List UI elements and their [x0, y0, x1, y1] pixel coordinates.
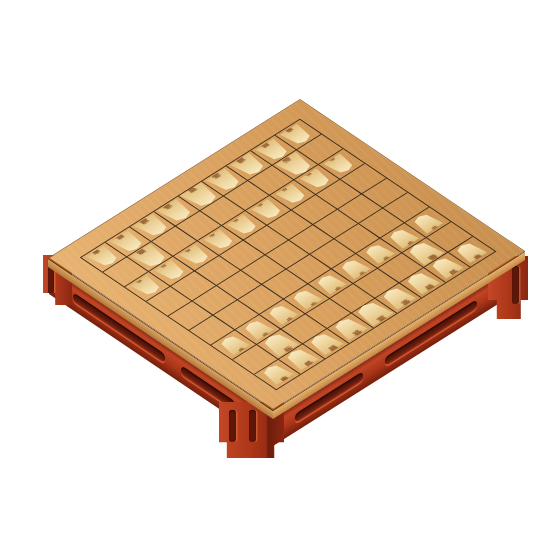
piece-kanji: 香車 [466, 249, 474, 254]
piece-kanji: 桂馬 [269, 148, 277, 153]
piece-kanji: 歩兵 [302, 296, 310, 301]
piece-kanji: 歩兵 [230, 342, 238, 347]
piece-kanji: 歩兵 [216, 238, 224, 243]
piece-kanji: 金将 [221, 178, 229, 183]
piece-kanji: 歩兵 [254, 327, 262, 332]
piece-kanji: 金将 [173, 209, 181, 214]
piece-kanji: 歩兵 [278, 312, 286, 317]
piece-kanji: 歩兵 [375, 251, 383, 256]
piece-kanji: 歩兵 [192, 253, 200, 258]
piece-kanji: 香車 [100, 255, 108, 260]
piece-kanji: 歩兵 [337, 162, 345, 167]
piece-kanji: 香車 [273, 371, 281, 376]
piece-kanji: 歩兵 [168, 269, 176, 274]
piece-kanji: 歩兵 [264, 208, 272, 213]
piece-kanji: 桂馬 [297, 356, 305, 361]
piece-kanji: 飛車 [146, 254, 154, 259]
piece-kanji: 金将 [393, 295, 401, 300]
piece-kanji: 歩兵 [326, 281, 334, 286]
piece-kanji: 王将 [369, 310, 378, 316]
leg-slot [249, 410, 256, 442]
piece-kanji: 歩兵 [351, 266, 359, 271]
piece-kanji: 銀将 [245, 163, 253, 168]
piece-kanji: 角行 [291, 162, 299, 167]
piece-kanji: 玉将 [197, 193, 206, 199]
shogi-set-photo: 香車桂馬銀将金将玉将金将銀将桂馬香車飛車角行歩兵歩兵歩兵歩兵歩兵歩兵歩兵歩兵歩兵… [0, 0, 560, 560]
piece-kanji: 歩兵 [240, 223, 248, 228]
piece-kanji: 飛車 [420, 250, 428, 255]
piece-kanji: 銀将 [148, 224, 156, 229]
piece-kanji: 桂馬 [124, 239, 132, 244]
piece-kanji: 銀将 [418, 280, 426, 285]
piece-kanji: 歩兵 [289, 192, 297, 197]
piece-kanji: 歩兵 [423, 220, 431, 225]
shogi-board: 香車桂馬銀将金将玉将金将銀将桂馬香車飛車角行歩兵歩兵歩兵歩兵歩兵歩兵歩兵歩兵歩兵… [48, 99, 525, 410]
piece-kanji: 銀将 [321, 341, 329, 346]
piece-kanji: 歩兵 [399, 235, 407, 240]
piece-kanji: 香車 [294, 133, 302, 138]
piece-kanji: 角行 [275, 341, 283, 346]
piece-kanji: 桂馬 [442, 265, 450, 270]
leg-slot [229, 410, 236, 442]
piece-kanji: 金将 [345, 325, 353, 330]
piece-kanji: 歩兵 [144, 284, 152, 289]
piece-kanji: 歩兵 [313, 177, 321, 182]
leg-slot [512, 266, 519, 304]
